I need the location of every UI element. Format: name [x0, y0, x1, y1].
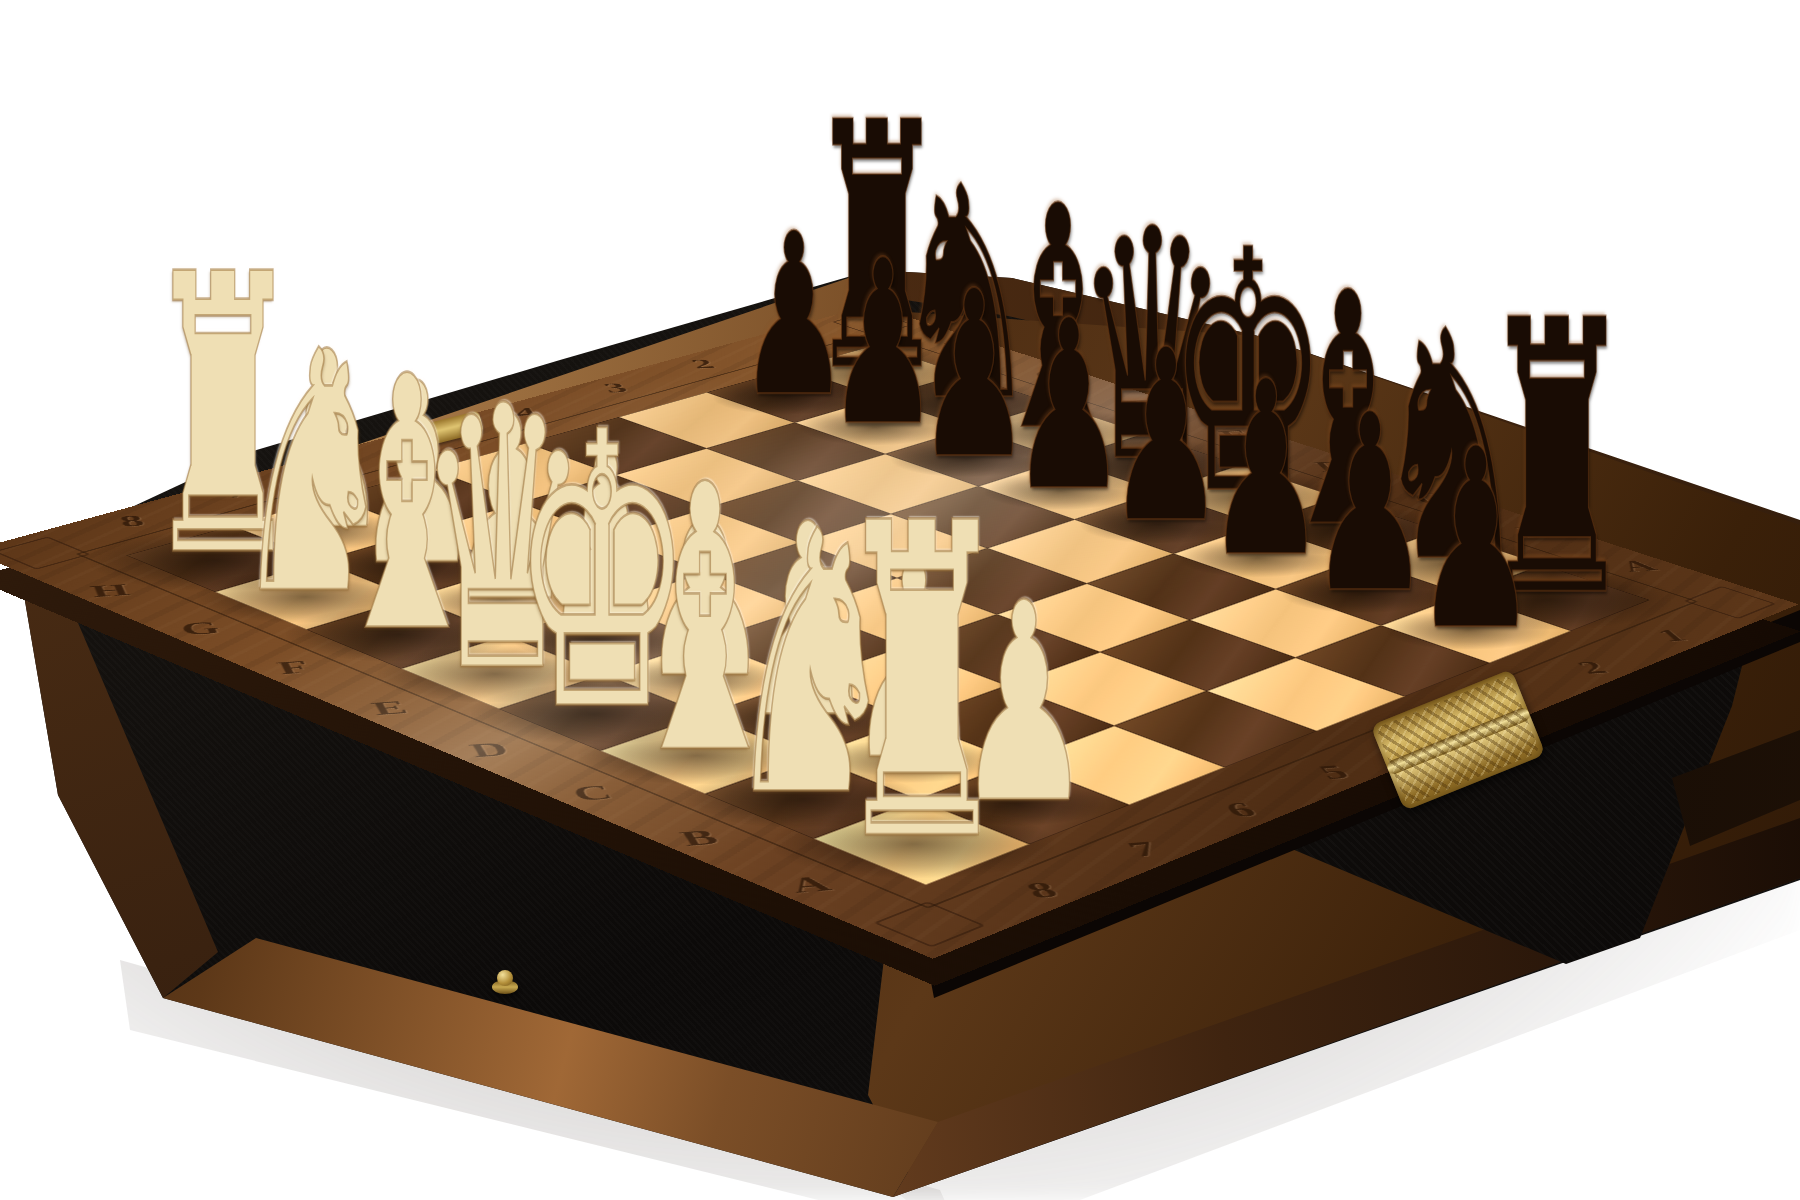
- chess-box-product-photo: Product photo of a handcrafted folding w…: [0, 0, 1800, 1200]
- brass-latch-knob: [490, 970, 520, 1000]
- file-label-near-H: H: [88, 580, 133, 601]
- piece-white-rook-a8[interactable]: ♜: [832, 467, 1011, 899]
- latch-knob: [497, 970, 513, 986]
- piece-black-pawn-b2[interactable]: ♟: [1309, 382, 1431, 627]
- piece-black-pawn-a2[interactable]: ♟: [1414, 415, 1538, 664]
